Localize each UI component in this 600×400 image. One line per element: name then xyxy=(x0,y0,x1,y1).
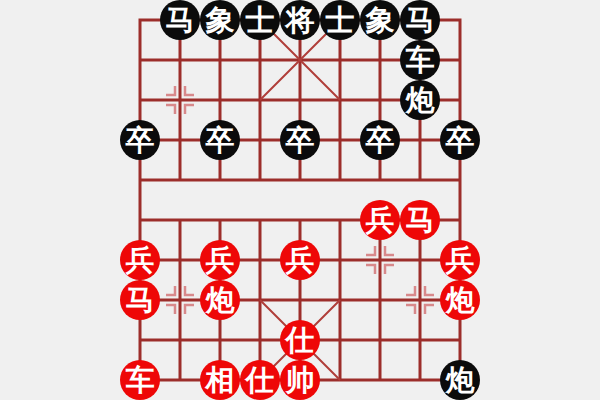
red-soldier[interactable]: 兵 xyxy=(280,240,320,280)
black-general[interactable]: 将 xyxy=(280,0,320,40)
red-elephant[interactable]: 相 xyxy=(200,360,240,400)
red-advisor[interactable]: 仕 xyxy=(240,360,280,400)
black-cannon[interactable]: 炮 xyxy=(440,360,480,400)
red-soldier[interactable]: 兵 xyxy=(440,240,480,280)
black-advisor[interactable]: 士 xyxy=(320,0,360,40)
black-chariot[interactable]: 车 xyxy=(400,40,440,80)
black-elephant[interactable]: 象 xyxy=(200,0,240,40)
red-general[interactable]: 帅 xyxy=(280,360,320,400)
red-horse[interactable]: 马 xyxy=(400,200,440,240)
black-soldier[interactable]: 卒 xyxy=(360,120,400,160)
red-soldier[interactable]: 兵 xyxy=(120,240,160,280)
black-advisor[interactable]: 士 xyxy=(240,0,280,40)
black-soldier[interactable]: 卒 xyxy=(280,120,320,160)
red-horse[interactable]: 马 xyxy=(120,280,160,320)
black-soldier[interactable]: 卒 xyxy=(120,120,160,160)
red-cannon[interactable]: 炮 xyxy=(200,280,240,320)
black-soldier[interactable]: 卒 xyxy=(440,120,480,160)
black-elephant[interactable]: 象 xyxy=(360,0,400,40)
red-advisor[interactable]: 仕 xyxy=(280,320,320,360)
pieces-layer: 马象士将士象马车炮卒卒卒卒卒炮兵马兵兵兵兵马炮炮仕车相仕帅 xyxy=(120,0,480,400)
red-soldier[interactable]: 兵 xyxy=(360,200,400,240)
black-horse[interactable]: 马 xyxy=(400,0,440,40)
xiangqi-board: 马象士将士象马车炮卒卒卒卒卒炮兵马兵兵兵兵马炮炮仕车相仕帅 xyxy=(0,0,600,400)
black-horse[interactable]: 马 xyxy=(160,0,200,40)
black-soldier[interactable]: 卒 xyxy=(200,120,240,160)
red-soldier[interactable]: 兵 xyxy=(200,240,240,280)
black-cannon[interactable]: 炮 xyxy=(400,80,440,120)
red-cannon[interactable]: 炮 xyxy=(440,280,480,320)
red-chariot[interactable]: 车 xyxy=(120,360,160,400)
